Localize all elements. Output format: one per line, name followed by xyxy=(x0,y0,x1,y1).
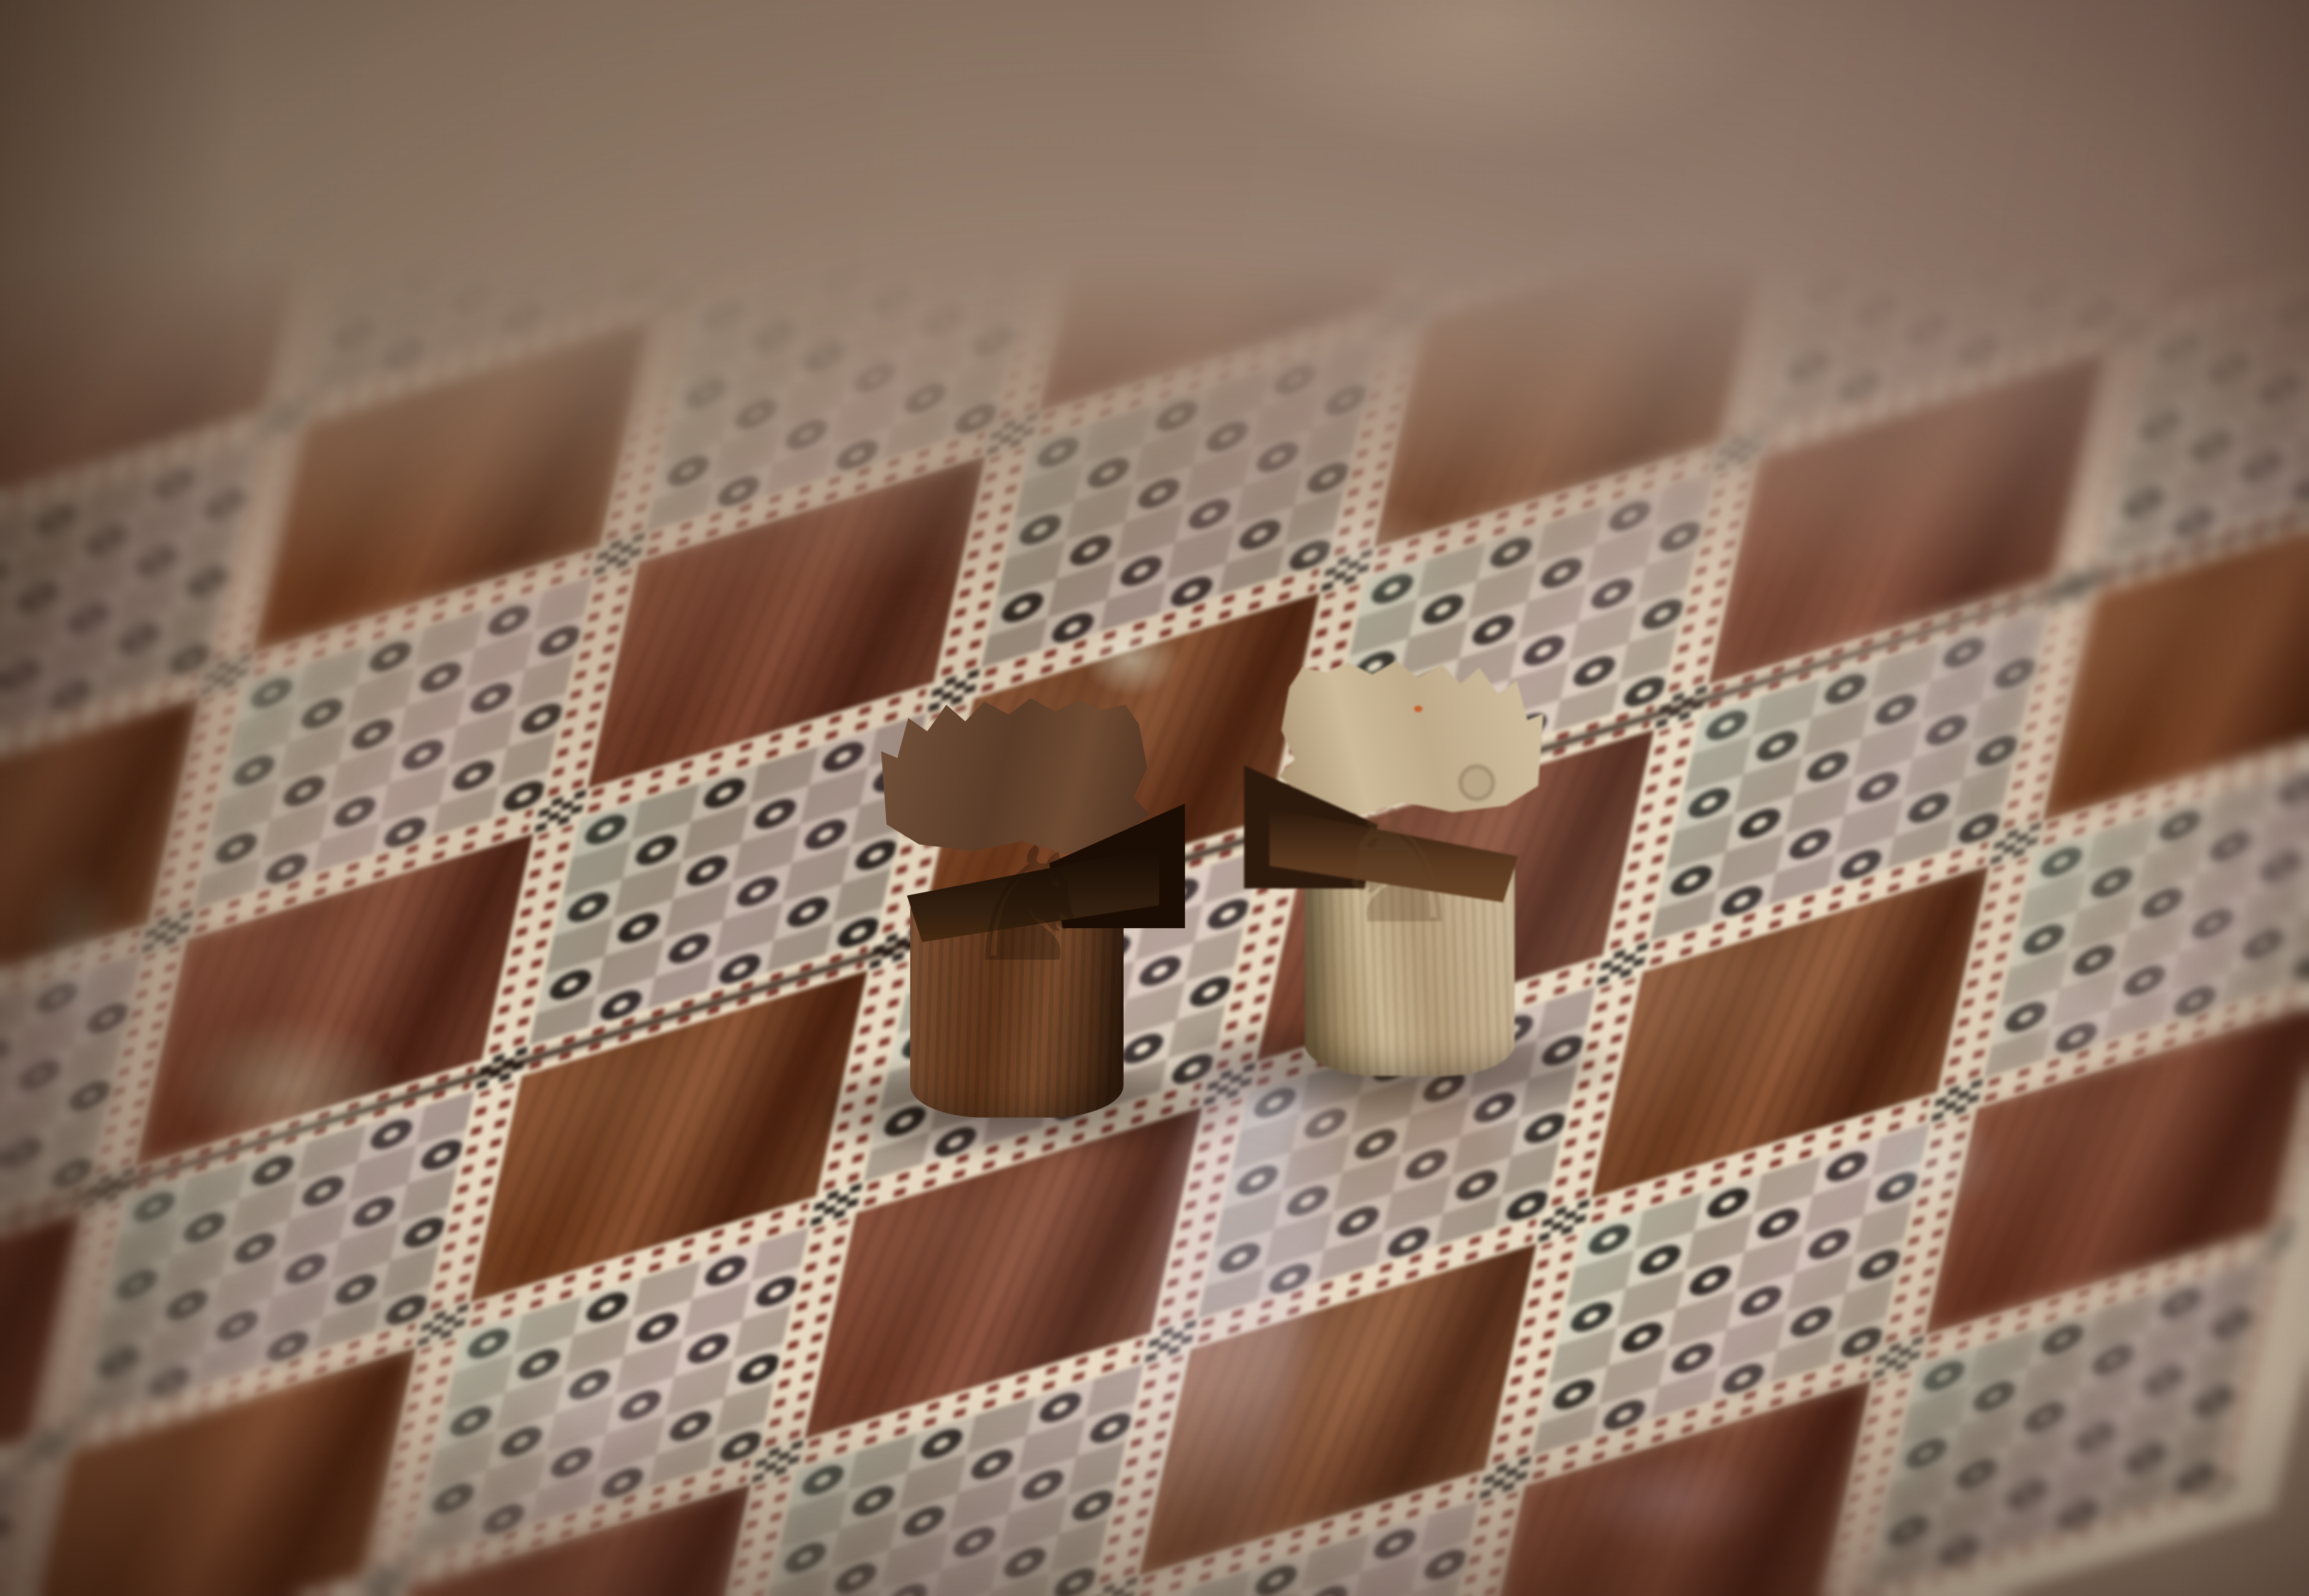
mosaic-inlay xyxy=(0,1468,23,1596)
white-knight: ♞ xyxy=(1238,633,1556,1090)
black-knight-icon: ♞ xyxy=(960,827,1100,984)
white-knight-reflection xyxy=(1288,1085,1499,1277)
white-knight-icon: ♞ xyxy=(1327,788,1468,945)
black-knight: ♞ xyxy=(868,670,1191,1131)
photo-chessboard-scene: ♞ ♞ xyxy=(0,0,2309,1596)
